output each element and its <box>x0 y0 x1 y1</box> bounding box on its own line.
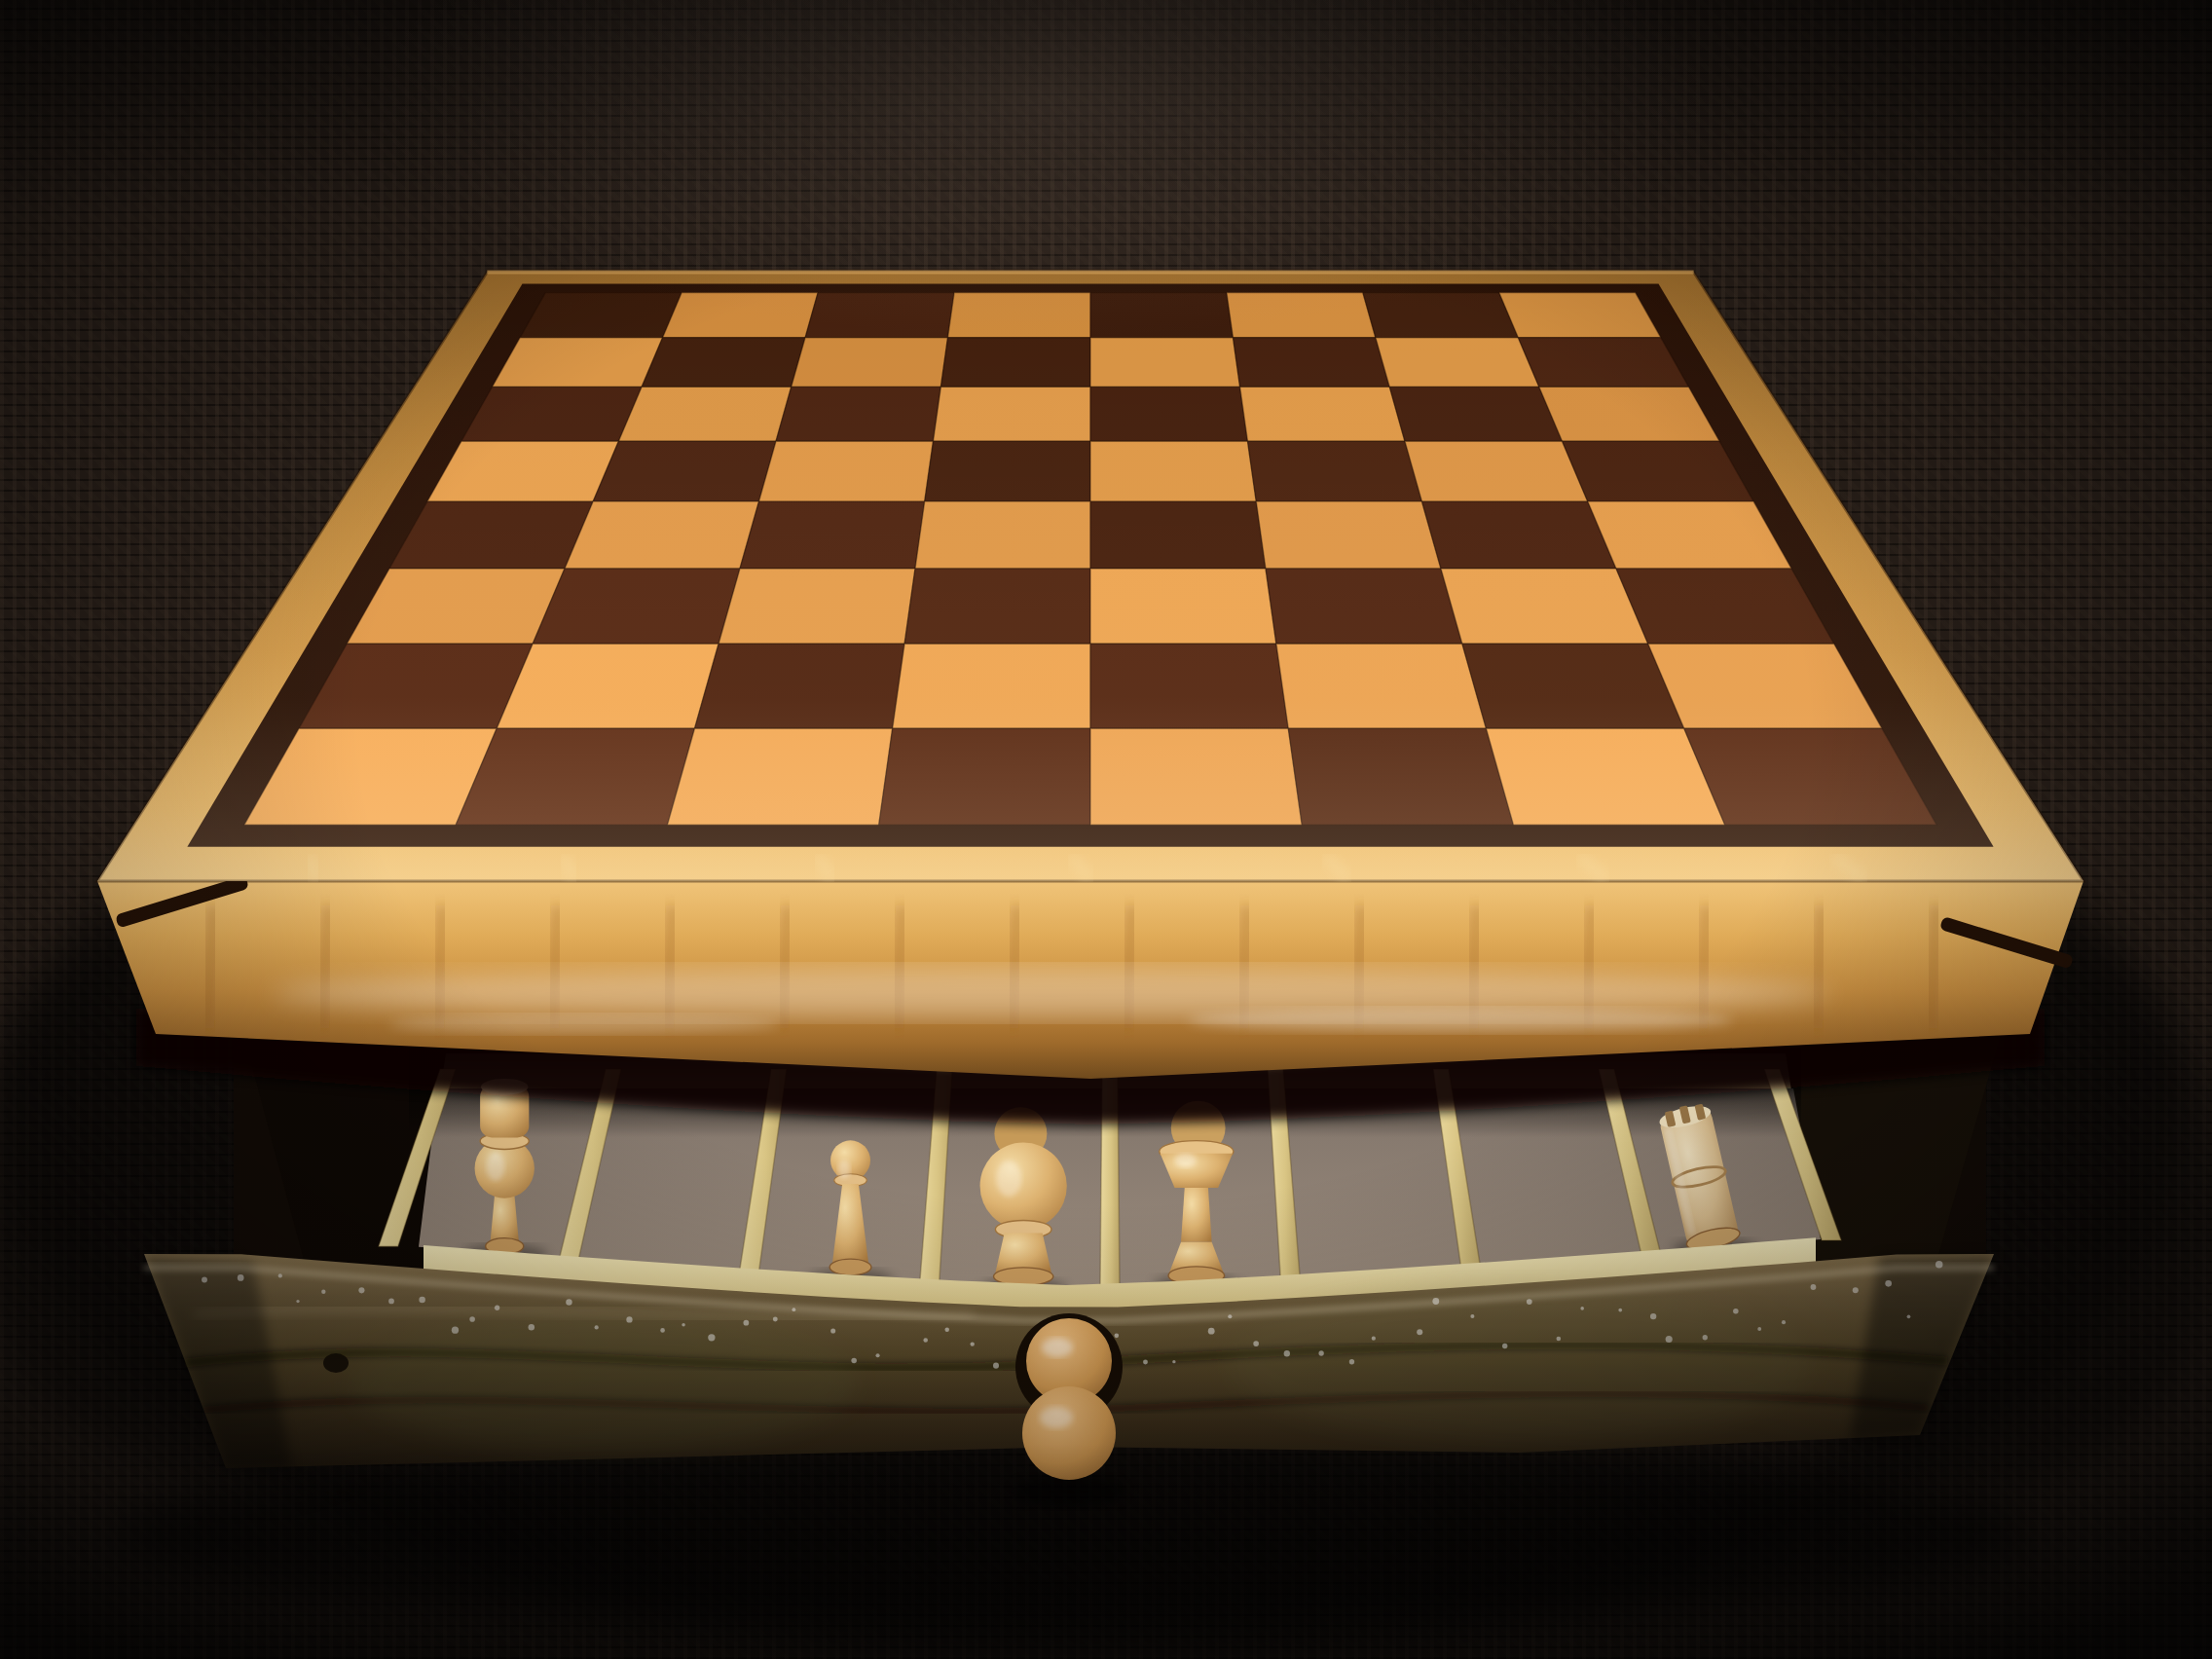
chess-board <box>97 271 2083 1124</box>
photo-scene <box>0 0 2212 1659</box>
board-sheen <box>97 271 2083 881</box>
wood-knot <box>323 1353 349 1373</box>
